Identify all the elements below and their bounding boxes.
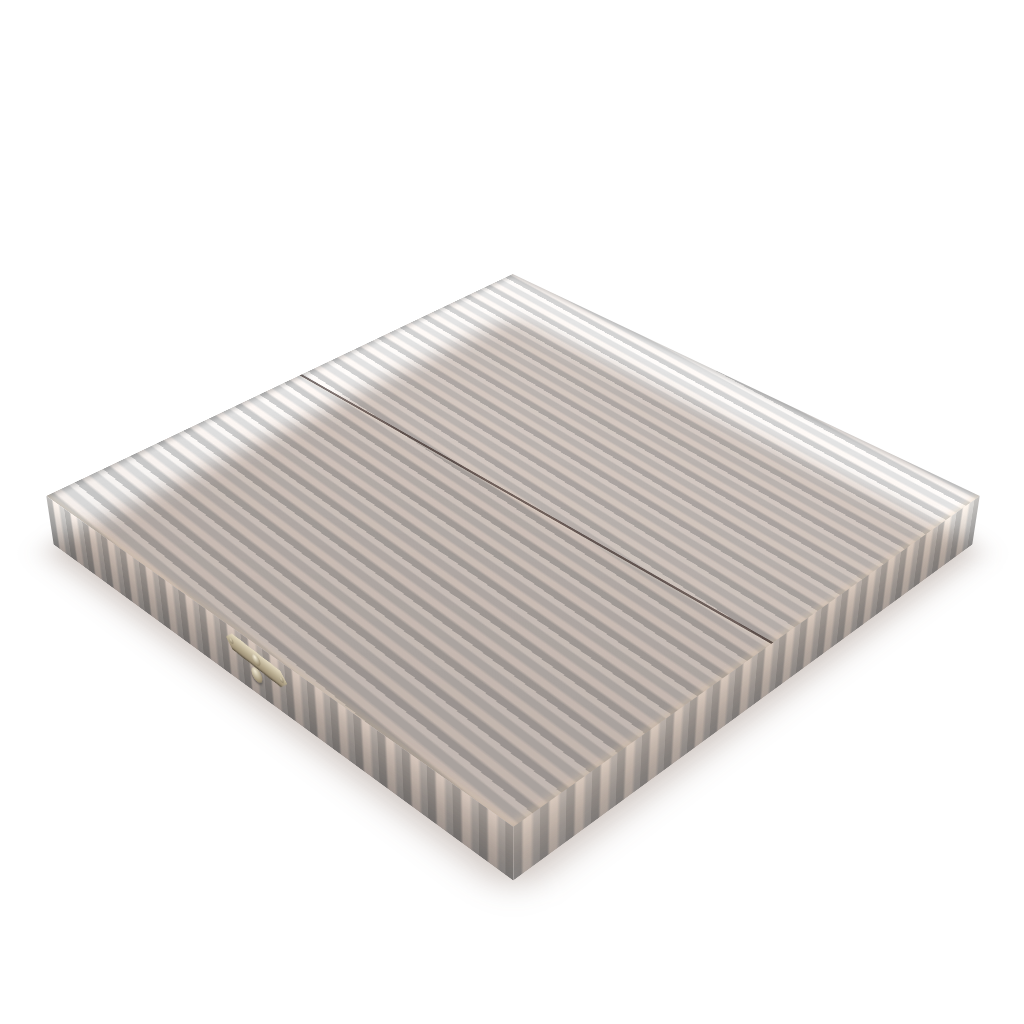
scene-3d: [0, 0, 1024, 1024]
chess-box: [46, 274, 979, 827]
product-photo-canvas: [0, 0, 1024, 1024]
